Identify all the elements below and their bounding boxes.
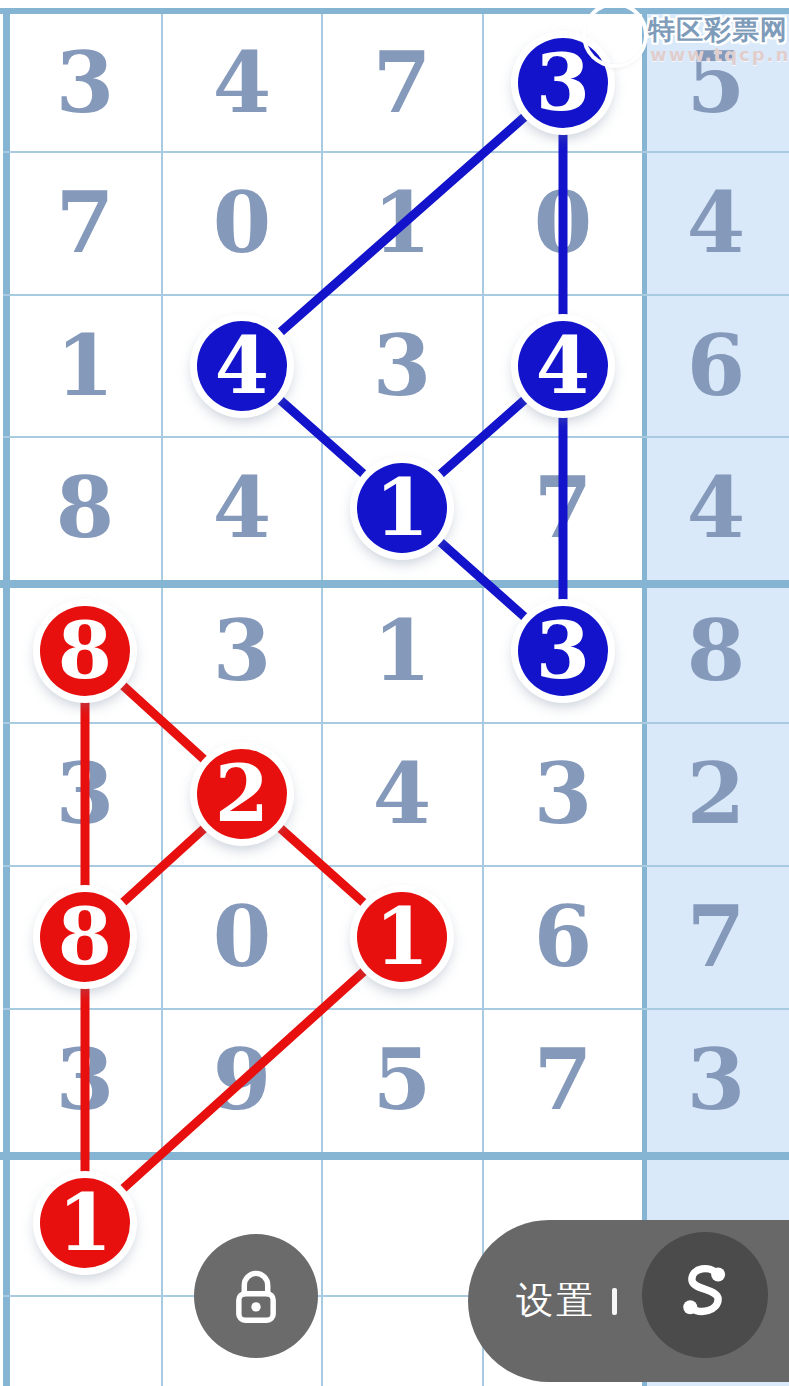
red-circled-number: 1 [357,892,447,982]
cell-r4c1: 8 [5,437,165,579]
cell-r2c4: 0 [483,152,643,294]
settings-divider [612,1288,617,1315]
blue-circled-number: 4 [197,321,287,411]
site-url-watermark: www.tqcp.net [650,44,789,65]
cell-r5c3: 1 [322,580,482,722]
blue-circled-number: 4 [518,321,608,411]
cell-r8c2: 9 [162,1009,322,1151]
cell-r3c5: 6 [636,295,789,437]
lottery-trend-chart: 3473570104143468417483138324328016739573… [0,0,789,1386]
blue-circled-number: 1 [357,463,447,553]
cell-r8c3: 5 [322,1009,482,1151]
cell-r1c1: 3 [5,12,165,154]
logo-swirl-icon [586,6,644,64]
cell-r7c2: 0 [162,866,322,1008]
settings-label: 设置 [516,1276,596,1326]
cell-r2c5: 4 [636,152,789,294]
lock-icon [217,1257,295,1335]
blue-circled-number: 3 [518,606,608,696]
red-circled-number: 8 [40,606,130,696]
cell-r7c4: 6 [483,866,643,1008]
site-logo: 特区彩票网 www.tqcp.net [584,4,789,74]
cell-r2c2: 0 [162,152,322,294]
red-circled-number: 2 [197,749,287,839]
cell-r1c3: 7 [322,12,482,154]
route-toggle-button[interactable] [642,1232,768,1358]
cell-r3c1: 1 [5,295,165,437]
cell-r2c3: 1 [322,152,482,294]
cell-r4c5: 4 [636,437,789,579]
cell-r6c1: 3 [5,723,165,865]
cell-r8c5: 3 [636,1009,789,1151]
cell-r6c4: 3 [483,723,643,865]
cell-r3c3: 3 [322,295,482,437]
lock-button[interactable] [194,1234,318,1358]
cell-r8c4: 7 [483,1009,643,1151]
red-circled-number: 8 [40,892,130,982]
cell-r8c1: 3 [5,1009,165,1151]
cell-r2c1: 7 [5,152,165,294]
cell-r4c4: 7 [483,437,643,579]
cell-r4c2: 4 [162,437,322,579]
cell-r7c5: 7 [636,866,789,1008]
cell-r5c2: 3 [162,580,322,722]
site-name: 特区彩票网 [648,12,788,48]
red-circled-number: 1 [40,1178,130,1268]
cell-r1c2: 4 [162,12,322,154]
cell-r6c3: 4 [322,723,482,865]
s-route-icon [664,1254,746,1336]
cell-r5c5: 8 [636,580,789,722]
cell-r6c5: 2 [636,723,789,865]
